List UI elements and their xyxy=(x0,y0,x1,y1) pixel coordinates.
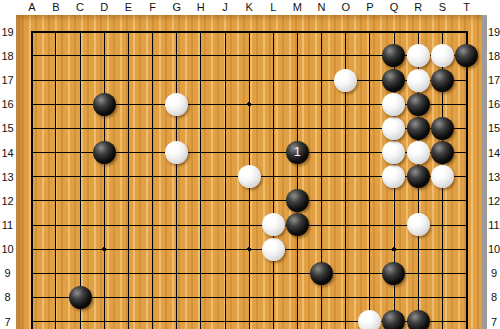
stone-white-S13 xyxy=(431,165,454,188)
column-label-E: E xyxy=(125,0,132,14)
stone-white-G14 xyxy=(165,141,188,164)
stone-white-Q16 xyxy=(382,93,405,116)
stone-white-S18 xyxy=(431,44,454,67)
stone-black-S17 xyxy=(431,69,454,92)
row-label-16-left: 16 xyxy=(0,97,15,111)
column-label-K: K xyxy=(245,0,252,14)
stone-black-M12 xyxy=(286,189,309,212)
column-label-G: G xyxy=(172,0,181,14)
column-label-J: J xyxy=(222,0,228,14)
column-label-T: T xyxy=(463,0,470,14)
row-label-8-right: 8 xyxy=(486,290,500,304)
stone-white-Q15 xyxy=(382,117,405,140)
stone-black-Q9 xyxy=(382,262,405,285)
column-label-O: O xyxy=(341,0,350,14)
stone-black-D16 xyxy=(93,93,116,116)
row-label-18-right: 18 xyxy=(486,49,500,63)
stone-white-L11 xyxy=(262,213,285,236)
stone-black-M11 xyxy=(286,213,309,236)
column-label-R: R xyxy=(414,0,422,14)
stone-black-T18 xyxy=(455,44,478,67)
column-label-Q: Q xyxy=(390,0,399,14)
stone-white-Q13 xyxy=(382,165,405,188)
row-label-18-left: 18 xyxy=(0,49,15,63)
column-label-N: N xyxy=(318,0,326,14)
stone-white-G16 xyxy=(165,93,188,116)
stone-black-C8 xyxy=(69,286,92,309)
row-label-11-right: 11 xyxy=(486,218,500,232)
column-label-H: H xyxy=(197,0,205,14)
row-label-14-left: 14 xyxy=(0,146,15,160)
stones-layer: 1 xyxy=(20,20,479,329)
stone-white-R11 xyxy=(407,213,430,236)
stone-black-S14 xyxy=(431,141,454,164)
stone-black-S15 xyxy=(431,117,454,140)
stone-white-P7 xyxy=(358,310,381,329)
stone-black-Q17 xyxy=(382,69,405,92)
move-number-label: 1 xyxy=(286,141,309,164)
stone-black-Q7 xyxy=(382,310,405,329)
column-label-L: L xyxy=(270,0,276,14)
stone-white-R18 xyxy=(407,44,430,67)
row-label-9-right: 9 xyxy=(486,266,500,280)
column-label-P: P xyxy=(366,0,373,14)
row-label-12-left: 12 xyxy=(0,194,15,208)
row-label-19-left: 19 xyxy=(0,25,15,39)
stone-black-N9 xyxy=(310,262,333,285)
stone-black-D14 xyxy=(93,141,116,164)
stone-white-R17 xyxy=(407,69,430,92)
column-label-F: F xyxy=(149,0,156,14)
stone-white-L10 xyxy=(262,238,285,261)
row-label-19-right: 19 xyxy=(486,25,500,39)
row-label-15-left: 15 xyxy=(0,121,15,135)
row-label-15-right: 15 xyxy=(486,121,500,135)
stone-black-R13 xyxy=(407,165,430,188)
row-label-17-right: 17 xyxy=(486,73,500,87)
stone-black-R15 xyxy=(407,117,430,140)
row-label-7-right: 7 xyxy=(486,315,500,329)
row-label-17-left: 17 xyxy=(0,73,15,87)
column-label-S: S xyxy=(439,0,446,14)
row-label-11-left: 11 xyxy=(0,218,15,232)
row-label-9-left: 9 xyxy=(0,266,15,280)
row-label-12-right: 12 xyxy=(486,194,500,208)
row-label-14-right: 14 xyxy=(486,146,500,160)
column-label-C: C xyxy=(76,0,84,14)
stone-black-M14: 1 xyxy=(286,141,309,164)
row-label-13-right: 13 xyxy=(486,170,500,184)
column-label-B: B xyxy=(52,0,59,14)
column-label-D: D xyxy=(100,0,108,14)
stone-white-O17 xyxy=(334,69,357,92)
row-label-16-right: 16 xyxy=(486,97,500,111)
column-label-M: M xyxy=(293,0,302,14)
stone-black-R16 xyxy=(407,93,430,116)
stone-black-R7 xyxy=(407,310,430,329)
stone-black-Q18 xyxy=(382,44,405,67)
stone-white-R14 xyxy=(407,141,430,164)
row-label-8-left: 8 xyxy=(0,290,15,304)
row-label-10-left: 10 xyxy=(0,242,15,256)
stone-white-K13 xyxy=(238,165,261,188)
row-label-7-left: 7 xyxy=(0,315,15,329)
stone-white-Q14 xyxy=(382,141,405,164)
row-label-13-left: 13 xyxy=(0,170,15,184)
column-label-A: A xyxy=(28,0,35,14)
go-board-screenshot: 1 ABCDEFGHJKLMNOPQRST 191817161514131211… xyxy=(0,0,500,329)
row-label-10-right: 10 xyxy=(486,242,500,256)
